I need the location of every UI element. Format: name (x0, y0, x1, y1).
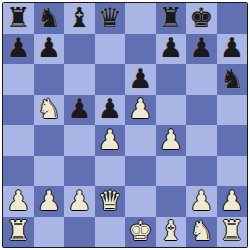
piece-black-pawn: ♟ (128, 65, 152, 92)
square-e6[interactable]: ♟ (125, 64, 156, 95)
piece-black-rook: ♜ (159, 4, 183, 31)
square-h3[interactable] (217, 156, 248, 187)
square-d8[interactable]: ♛ (95, 3, 126, 34)
square-f1[interactable]: ♝ (156, 217, 187, 248)
square-e4[interactable] (125, 125, 156, 156)
square-b3[interactable] (34, 156, 65, 187)
piece-black-knight: ♞ (220, 65, 244, 92)
piece-black-pawn: ♟ (220, 34, 244, 61)
square-a5[interactable] (3, 95, 34, 126)
square-d6[interactable] (95, 64, 126, 95)
piece-black-pawn: ♟ (67, 95, 91, 122)
square-h7[interactable]: ♟ (217, 34, 248, 65)
piece-white-pawn: ♟ (128, 95, 152, 122)
square-b7[interactable]: ♟ (34, 34, 65, 65)
square-c8[interactable]: ♝ (64, 3, 95, 34)
square-d1[interactable] (95, 217, 126, 248)
piece-black-king: ♚ (189, 4, 213, 31)
square-f8[interactable]: ♜ (156, 3, 187, 34)
piece-white-rook: ♜ (6, 217, 30, 244)
piece-black-pawn: ♟ (159, 34, 183, 61)
square-h4[interactable] (217, 125, 248, 156)
square-g3[interactable] (186, 156, 217, 187)
square-f2[interactable] (156, 186, 187, 217)
square-d5[interactable]: ♟ (95, 95, 126, 126)
square-e3[interactable] (125, 156, 156, 187)
piece-black-queen: ♛ (98, 4, 122, 31)
square-d3[interactable] (95, 156, 126, 187)
piece-white-rook: ♜ (220, 217, 244, 244)
square-d4[interactable]: ♟ (95, 125, 126, 156)
square-h8[interactable] (217, 3, 248, 34)
square-c6[interactable] (64, 64, 95, 95)
board-frame: ♜♞♝♛♜♚♟♟♟♟♟♟♞♞♟♟♟♟♟♟♟♟♛♟♟♜♚♝♞♜ (0, 0, 250, 250)
square-b1[interactable] (34, 217, 65, 248)
square-g7[interactable]: ♟ (186, 34, 217, 65)
piece-white-bishop: ♝ (159, 217, 183, 244)
piece-white-queen: ♛ (98, 187, 122, 214)
square-a7[interactable]: ♟ (3, 34, 34, 65)
square-f3[interactable] (156, 156, 187, 187)
square-g6[interactable] (186, 64, 217, 95)
square-h6[interactable]: ♞ (217, 64, 248, 95)
square-e7[interactable] (125, 34, 156, 65)
piece-white-pawn: ♟ (220, 187, 244, 214)
square-d7[interactable] (95, 34, 126, 65)
square-h5[interactable] (217, 95, 248, 126)
piece-white-king: ♚ (128, 217, 152, 244)
piece-white-pawn: ♟ (189, 187, 213, 214)
square-c7[interactable] (64, 34, 95, 65)
square-f5[interactable] (156, 95, 187, 126)
piece-black-bishop: ♝ (67, 4, 91, 31)
square-a2[interactable]: ♟ (3, 186, 34, 217)
square-b8[interactable]: ♞ (34, 3, 65, 34)
square-f7[interactable]: ♟ (156, 34, 187, 65)
square-g4[interactable] (186, 125, 217, 156)
square-e8[interactable] (125, 3, 156, 34)
square-g5[interactable] (186, 95, 217, 126)
piece-black-pawn: ♟ (98, 95, 122, 122)
square-f6[interactable] (156, 64, 187, 95)
square-c2[interactable]: ♟ (64, 186, 95, 217)
square-a4[interactable] (3, 125, 34, 156)
square-f4[interactable]: ♟ (156, 125, 187, 156)
square-h2[interactable]: ♟ (217, 186, 248, 217)
chess-board: ♜♞♝♛♜♚♟♟♟♟♟♟♞♞♟♟♟♟♟♟♟♟♛♟♟♜♚♝♞♜ (3, 3, 247, 247)
square-a1[interactable]: ♜ (3, 217, 34, 248)
square-h1[interactable]: ♜ (217, 217, 248, 248)
piece-white-pawn: ♟ (159, 126, 183, 153)
square-c5[interactable]: ♟ (64, 95, 95, 126)
square-e1[interactable]: ♚ (125, 217, 156, 248)
board-border: ♜♞♝♛♜♚♟♟♟♟♟♟♞♞♟♟♟♟♟♟♟♟♛♟♟♜♚♝♞♜ (2, 2, 248, 248)
piece-white-pawn: ♟ (6, 187, 30, 214)
square-b4[interactable] (34, 125, 65, 156)
piece-white-pawn: ♟ (37, 187, 61, 214)
square-b6[interactable] (34, 64, 65, 95)
square-c4[interactable] (64, 125, 95, 156)
square-e5[interactable]: ♟ (125, 95, 156, 126)
piece-black-pawn: ♟ (6, 34, 30, 61)
square-e2[interactable] (125, 186, 156, 217)
piece-white-pawn: ♟ (98, 126, 122, 153)
square-a6[interactable] (3, 64, 34, 95)
piece-black-rook: ♜ (6, 4, 30, 31)
square-c1[interactable] (64, 217, 95, 248)
square-g8[interactable]: ♚ (186, 3, 217, 34)
piece-black-knight: ♞ (37, 4, 61, 31)
square-g1[interactable]: ♞ (186, 217, 217, 248)
square-a8[interactable]: ♜ (3, 3, 34, 34)
piece-white-knight: ♞ (189, 217, 213, 244)
piece-white-pawn: ♟ (67, 187, 91, 214)
square-b5[interactable]: ♞ (34, 95, 65, 126)
piece-white-knight: ♞ (37, 95, 61, 122)
piece-black-pawn: ♟ (189, 34, 213, 61)
square-d2[interactable]: ♛ (95, 186, 126, 217)
square-a3[interactable] (3, 156, 34, 187)
square-g2[interactable]: ♟ (186, 186, 217, 217)
square-b2[interactable]: ♟ (34, 186, 65, 217)
square-c3[interactable] (64, 156, 95, 187)
piece-black-pawn: ♟ (37, 34, 61, 61)
